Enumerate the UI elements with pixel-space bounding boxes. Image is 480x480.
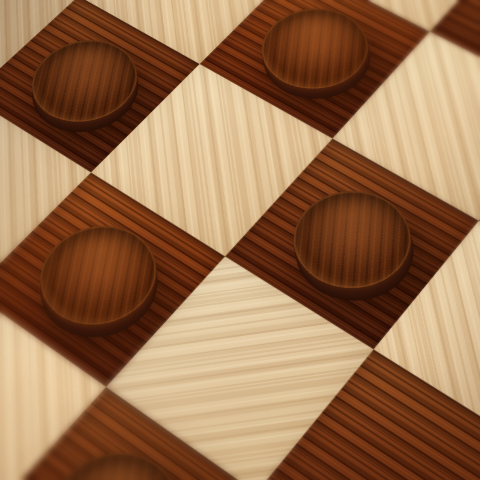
checker-piece[interactable] [241,0,389,105]
checker-piece[interactable] [270,173,434,309]
board-photo-scene [0,0,480,480]
checkers-board [0,0,480,480]
checker-piece[interactable] [16,208,180,346]
checker-piece[interactable] [10,25,158,139]
